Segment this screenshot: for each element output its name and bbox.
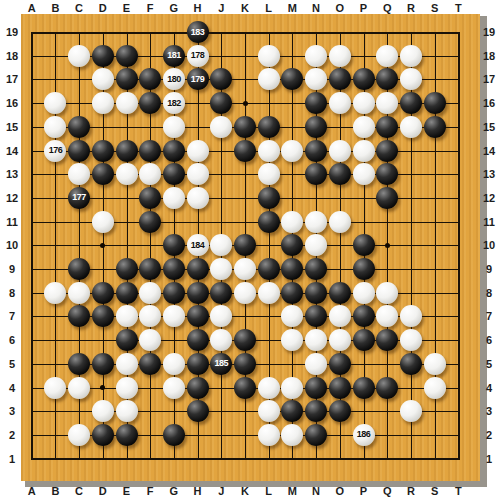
coord-label-bottom: E — [117, 486, 137, 497]
coord-label-left: 13 — [2, 169, 22, 180]
white-stone-R6 — [400, 329, 422, 351]
white-stone-F8 — [139, 282, 161, 304]
coord-label-right: 19 — [479, 27, 499, 38]
coord-label-top: L — [259, 3, 279, 14]
coord-label-right: 6 — [479, 335, 499, 346]
black-stone-P4 — [353, 377, 375, 399]
white-stone-P13 — [353, 163, 375, 185]
white-stone-S5 — [424, 353, 446, 375]
black-stone-Q14 — [376, 140, 398, 162]
coord-label-left: 12 — [2, 193, 22, 204]
black-stone-C15 — [68, 116, 90, 138]
white-stone-O14 — [329, 140, 351, 162]
black-stone-K5 — [234, 353, 256, 375]
white-stone-P16 — [353, 92, 375, 114]
white-stone-E4 — [116, 377, 138, 399]
coord-label-bottom: Q — [377, 486, 397, 497]
grid-line-horizontal — [32, 458, 460, 460]
coord-label-right: 15 — [479, 122, 499, 133]
coord-label-left: 2 — [2, 430, 22, 441]
black-stone-F12 — [139, 187, 161, 209]
black-stone-H9 — [187, 258, 209, 280]
black-stone-O4 — [329, 377, 351, 399]
black-stone-N2 — [305, 424, 327, 446]
coord-label-top: E — [117, 3, 137, 14]
black-stone-N4 — [305, 377, 327, 399]
coord-label-bottom: D — [93, 486, 113, 497]
coord-label-right: 2 — [479, 430, 499, 441]
coord-label-left: 11 — [2, 217, 22, 228]
move-number-182: 182 — [167, 99, 181, 108]
black-stone-S15 — [424, 116, 446, 138]
black-stone-H3 — [187, 400, 209, 422]
coord-label-top: D — [93, 3, 113, 14]
coord-label-top: Q — [377, 3, 397, 14]
white-stone-D3 — [92, 400, 114, 422]
white-stone-G15 — [163, 116, 185, 138]
white-stone-K9 — [234, 258, 256, 280]
black-stone-N9 — [305, 258, 327, 280]
white-stone-M4 — [281, 377, 303, 399]
white-stone-G4 — [163, 377, 185, 399]
coord-label-top: J — [211, 3, 231, 14]
coord-label-top: T — [448, 3, 468, 14]
coord-label-right: 7 — [479, 311, 499, 322]
black-stone-H6 — [187, 329, 209, 351]
coord-label-bottom: R — [401, 486, 421, 497]
coord-label-top: M — [282, 3, 302, 14]
black-stone-K14 — [234, 140, 256, 162]
black-stone-C12: 177 — [68, 187, 90, 209]
coord-label-top: C — [69, 3, 89, 14]
coord-label-right: 3 — [479, 406, 499, 417]
coord-label-right: 5 — [479, 359, 499, 370]
coord-label-bottom: K — [235, 486, 255, 497]
white-stone-O18 — [329, 45, 351, 67]
move-number-178: 178 — [191, 51, 205, 60]
coord-label-right: 11 — [479, 217, 499, 228]
black-stone-R5 — [400, 353, 422, 375]
white-stone-N11 — [305, 211, 327, 233]
white-stone-H10: 184 — [187, 234, 209, 256]
black-stone-L12 — [258, 187, 280, 209]
black-stone-G18: 181 — [163, 45, 185, 67]
black-stone-H8 — [187, 282, 209, 304]
black-stone-N8 — [305, 282, 327, 304]
coord-label-top: B — [45, 3, 65, 14]
white-stone-L18 — [258, 45, 280, 67]
black-stone-E14 — [116, 140, 138, 162]
black-stone-P9 — [353, 258, 375, 280]
coord-label-bottom: P — [354, 486, 374, 497]
move-number-179: 179 — [191, 75, 205, 84]
white-stone-C4 — [68, 377, 90, 399]
white-stone-H12 — [187, 187, 209, 209]
coord-label-bottom: M — [282, 486, 302, 497]
coord-label-left: 6 — [2, 335, 22, 346]
black-stone-D2 — [92, 424, 114, 446]
black-stone-G9 — [163, 258, 185, 280]
coord-label-top: S — [425, 3, 445, 14]
white-stone-L13 — [258, 163, 280, 185]
coord-label-bottom: L — [259, 486, 279, 497]
white-stone-P8 — [353, 282, 375, 304]
black-stone-J5: 185 — [210, 353, 232, 375]
coord-label-right: 1 — [479, 454, 499, 465]
white-stone-R18 — [400, 45, 422, 67]
coord-label-top: G — [164, 3, 184, 14]
white-stone-O6 — [329, 329, 351, 351]
coord-label-right: 18 — [479, 51, 499, 62]
white-stone-G16: 182 — [163, 92, 185, 114]
black-stone-H17: 179 — [187, 68, 209, 90]
black-stone-H5 — [187, 353, 209, 375]
black-stone-F14 — [139, 140, 161, 162]
black-stone-H4 — [187, 377, 209, 399]
move-number-176: 176 — [49, 146, 63, 155]
white-stone-B14: 176 — [44, 140, 66, 162]
black-stone-C5 — [68, 353, 90, 375]
white-stone-D11 — [92, 211, 114, 233]
coord-label-right: 16 — [479, 98, 499, 109]
coord-label-top: N — [306, 3, 326, 14]
white-stone-H13 — [187, 163, 209, 185]
black-stone-E2 — [116, 424, 138, 446]
coord-label-left: 5 — [2, 359, 22, 370]
move-number-180: 180 — [167, 75, 181, 84]
white-stone-M14 — [281, 140, 303, 162]
black-stone-S16 — [424, 92, 446, 114]
coord-label-top: A — [22, 3, 42, 14]
white-stone-Q18 — [376, 45, 398, 67]
black-stone-O13 — [329, 163, 351, 185]
white-stone-E13 — [116, 163, 138, 185]
black-stone-D8 — [92, 282, 114, 304]
black-stone-O8 — [329, 282, 351, 304]
coord-label-bottom: G — [164, 486, 184, 497]
coord-label-right: 9 — [479, 264, 499, 275]
black-stone-H7 — [187, 305, 209, 327]
coord-label-bottom: J — [211, 486, 231, 497]
black-stone-D14 — [92, 140, 114, 162]
white-stone-S4 — [424, 377, 446, 399]
black-stone-Q15 — [376, 116, 398, 138]
coord-label-left: 8 — [2, 288, 22, 299]
black-stone-G13 — [163, 163, 185, 185]
coord-label-left: 18 — [2, 51, 22, 62]
black-stone-N14 — [305, 140, 327, 162]
move-number-186: 186 — [357, 430, 371, 439]
coord-label-left: 10 — [2, 240, 22, 251]
white-stone-C8 — [68, 282, 90, 304]
black-stone-D13 — [92, 163, 114, 185]
black-stone-E17 — [116, 68, 138, 90]
coord-label-top: H — [188, 3, 208, 14]
white-stone-M11 — [281, 211, 303, 233]
white-stone-E5 — [116, 353, 138, 375]
move-number-184: 184 — [191, 241, 205, 250]
black-stone-Q4 — [376, 377, 398, 399]
coord-label-left: 7 — [2, 311, 22, 322]
black-stone-K6 — [234, 329, 256, 351]
white-stone-L4 — [258, 377, 280, 399]
black-stone-P6 — [353, 329, 375, 351]
white-stone-O11 — [329, 211, 351, 233]
black-stone-O5 — [329, 353, 351, 375]
move-number-177: 177 — [72, 193, 86, 202]
black-stone-P17 — [353, 68, 375, 90]
move-number-185: 185 — [215, 359, 229, 368]
coord-label-right: 10 — [479, 240, 499, 251]
star-point — [385, 243, 390, 248]
black-stone-N15 — [305, 116, 327, 138]
black-stone-R16 — [400, 92, 422, 114]
coord-label-left: 17 — [2, 74, 22, 85]
coord-label-left: 15 — [2, 122, 22, 133]
coord-label-left: 4 — [2, 383, 22, 394]
white-stone-B4 — [44, 377, 66, 399]
move-number-183: 183 — [191, 28, 205, 37]
black-stone-E18 — [116, 45, 138, 67]
black-stone-G14 — [163, 140, 185, 162]
coord-label-top: K — [235, 3, 255, 14]
black-stone-M8 — [281, 282, 303, 304]
white-stone-L2 — [258, 424, 280, 446]
white-stone-G5 — [163, 353, 185, 375]
white-stone-P2: 186 — [353, 424, 375, 446]
white-stone-J15 — [210, 116, 232, 138]
coord-label-bottom: S — [425, 486, 445, 497]
black-stone-Q12 — [376, 187, 398, 209]
white-stone-E16 — [116, 92, 138, 114]
go-game-screenshot: AABBCCDDEEFFGGHHJJKKLLMMNNOOPPQQRRSSTT19… — [0, 0, 500, 500]
coord-label-bottom: T — [448, 486, 468, 497]
coord-label-right: 8 — [479, 288, 499, 299]
coord-label-left: 1 — [2, 454, 22, 465]
black-stone-D18 — [92, 45, 114, 67]
white-stone-P15 — [353, 116, 375, 138]
grid-line-vertical — [458, 32, 460, 460]
black-stone-P10 — [353, 234, 375, 256]
white-stone-R15 — [400, 116, 422, 138]
white-stone-Q8 — [376, 282, 398, 304]
white-stone-L3 — [258, 400, 280, 422]
white-stone-E7 — [116, 305, 138, 327]
black-stone-E9 — [116, 258, 138, 280]
black-stone-G8 — [163, 282, 185, 304]
coord-label-left: 16 — [2, 98, 22, 109]
move-number-181: 181 — [167, 51, 181, 60]
black-stone-D5 — [92, 353, 114, 375]
white-stone-H14 — [187, 140, 209, 162]
coord-label-left: 3 — [2, 406, 22, 417]
white-stone-G12 — [163, 187, 185, 209]
black-stone-C9 — [68, 258, 90, 280]
coord-label-bottom: H — [188, 486, 208, 497]
coord-label-bottom: A — [22, 486, 42, 497]
coord-label-bottom: C — [69, 486, 89, 497]
coord-label-top: P — [354, 3, 374, 14]
coord-label-bottom: F — [140, 486, 160, 497]
white-stone-B8 — [44, 282, 66, 304]
coord-label-right: 12 — [479, 193, 499, 204]
coord-label-bottom: N — [306, 486, 326, 497]
white-stone-E3 — [116, 400, 138, 422]
black-stone-H19: 183 — [187, 21, 209, 43]
black-stone-L11 — [258, 211, 280, 233]
coord-label-right: 13 — [479, 169, 499, 180]
black-stone-F11 — [139, 211, 161, 233]
black-stone-J8 — [210, 282, 232, 304]
star-point — [243, 101, 248, 106]
black-stone-K4 — [234, 377, 256, 399]
coord-label-left: 19 — [2, 27, 22, 38]
white-stone-O16 — [329, 92, 351, 114]
coord-label-top: O — [330, 3, 350, 14]
white-stone-L14 — [258, 140, 280, 162]
black-stone-E6 — [116, 329, 138, 351]
coord-label-right: 14 — [479, 146, 499, 157]
coord-label-left: 9 — [2, 264, 22, 275]
coord-label-right: 17 — [479, 74, 499, 85]
white-stone-L8 — [258, 282, 280, 304]
coord-label-top: F — [140, 3, 160, 14]
white-stone-C18 — [68, 45, 90, 67]
black-stone-G2 — [163, 424, 185, 446]
black-stone-L15 — [258, 116, 280, 138]
black-stone-P7 — [353, 305, 375, 327]
black-stone-O3 — [329, 400, 351, 422]
coord-label-bottom: O — [330, 486, 350, 497]
black-stone-K15 — [234, 116, 256, 138]
white-stone-H18: 178 — [187, 45, 209, 67]
white-stone-K8 — [234, 282, 256, 304]
coord-label-top: R — [401, 3, 421, 14]
white-stone-D16 — [92, 92, 114, 114]
coord-label-right: 4 — [479, 383, 499, 394]
white-stone-P14 — [353, 140, 375, 162]
white-stone-R3 — [400, 400, 422, 422]
white-stone-N18 — [305, 45, 327, 67]
coord-label-left: 14 — [2, 146, 22, 157]
white-stone-L17 — [258, 68, 280, 90]
white-stone-C2 — [68, 424, 90, 446]
black-stone-F5 — [139, 353, 161, 375]
black-stone-L9 — [258, 258, 280, 280]
white-stone-N5 — [305, 353, 327, 375]
black-stone-E8 — [116, 282, 138, 304]
black-stone-C14 — [68, 140, 90, 162]
coord-label-bottom: B — [45, 486, 65, 497]
